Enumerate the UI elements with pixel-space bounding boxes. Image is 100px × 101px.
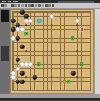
toolbar-button[interactable] bbox=[48, 4, 51, 7]
toolbar-button[interactable] bbox=[28, 4, 31, 7]
black-stone bbox=[15, 58, 20, 63]
black-stone bbox=[20, 10, 25, 15]
white-stone bbox=[15, 66, 20, 71]
star-point bbox=[77, 24, 79, 26]
toolbar-button[interactable] bbox=[11, 4, 14, 7]
star-point bbox=[51, 76, 53, 78]
cyan-stone-marker bbox=[37, 18, 42, 23]
green-square-marker bbox=[71, 36, 74, 39]
white-stone bbox=[28, 62, 33, 67]
app-window bbox=[0, 0, 100, 100]
black-stone bbox=[15, 36, 20, 41]
toolbar-button[interactable] bbox=[21, 4, 24, 7]
toolbar-button[interactable] bbox=[1, 4, 4, 7]
right-panel bbox=[94, 9, 100, 95]
black-stone bbox=[20, 79, 25, 84]
star-point bbox=[77, 50, 79, 52]
star-point bbox=[25, 76, 27, 78]
sidebar-panel-top[interactable] bbox=[1, 10, 9, 22]
white-stone bbox=[28, 18, 33, 23]
toolbar-button[interactable] bbox=[42, 4, 45, 7]
white-stone bbox=[49, 14, 54, 19]
black-stone bbox=[32, 75, 37, 80]
toolbar-button[interactable] bbox=[38, 4, 41, 7]
toolbar-button[interactable] bbox=[4, 4, 7, 7]
board-grid[interactable] bbox=[12, 11, 91, 91]
toolbar-button[interactable] bbox=[25, 4, 28, 7]
toolbar-left-group bbox=[1, 4, 7, 7]
left-sidebar bbox=[0, 9, 10, 95]
green-square-marker bbox=[37, 63, 40, 66]
green-square-marker bbox=[24, 32, 27, 35]
star-point bbox=[77, 76, 79, 78]
title-text-smudge bbox=[2, 1, 6, 2]
toolbar-main-group bbox=[11, 4, 54, 7]
toolbar-button[interactable] bbox=[45, 4, 48, 7]
black-stone bbox=[20, 71, 25, 76]
toolbar-button[interactable] bbox=[14, 4, 17, 7]
star-point bbox=[51, 24, 53, 26]
white-stone bbox=[75, 18, 80, 23]
toolbar-button[interactable] bbox=[18, 4, 21, 7]
orange-square-marker bbox=[63, 80, 66, 83]
green-square-marker bbox=[80, 63, 83, 66]
black-stone bbox=[20, 45, 25, 50]
title-text-smudge bbox=[13, 1, 18, 2]
sidebar-panel-middle[interactable] bbox=[1, 46, 9, 61]
white-stone bbox=[20, 27, 25, 32]
go-board[interactable] bbox=[10, 9, 94, 95]
star-point bbox=[51, 50, 53, 52]
black-stone bbox=[11, 18, 16, 23]
star-point bbox=[25, 24, 27, 26]
toolbar-button[interactable] bbox=[52, 4, 55, 7]
black-stone bbox=[71, 71, 76, 76]
red-square-on-white-marker bbox=[81, 28, 83, 30]
toolbar-button[interactable] bbox=[35, 4, 38, 7]
white-stone bbox=[11, 75, 16, 80]
green-square-marker bbox=[67, 80, 70, 83]
toolbar-button[interactable] bbox=[31, 4, 34, 7]
window-bottom-edge bbox=[0, 98, 100, 101]
title-text-smudge bbox=[8, 1, 11, 2]
star-point bbox=[25, 50, 27, 52]
